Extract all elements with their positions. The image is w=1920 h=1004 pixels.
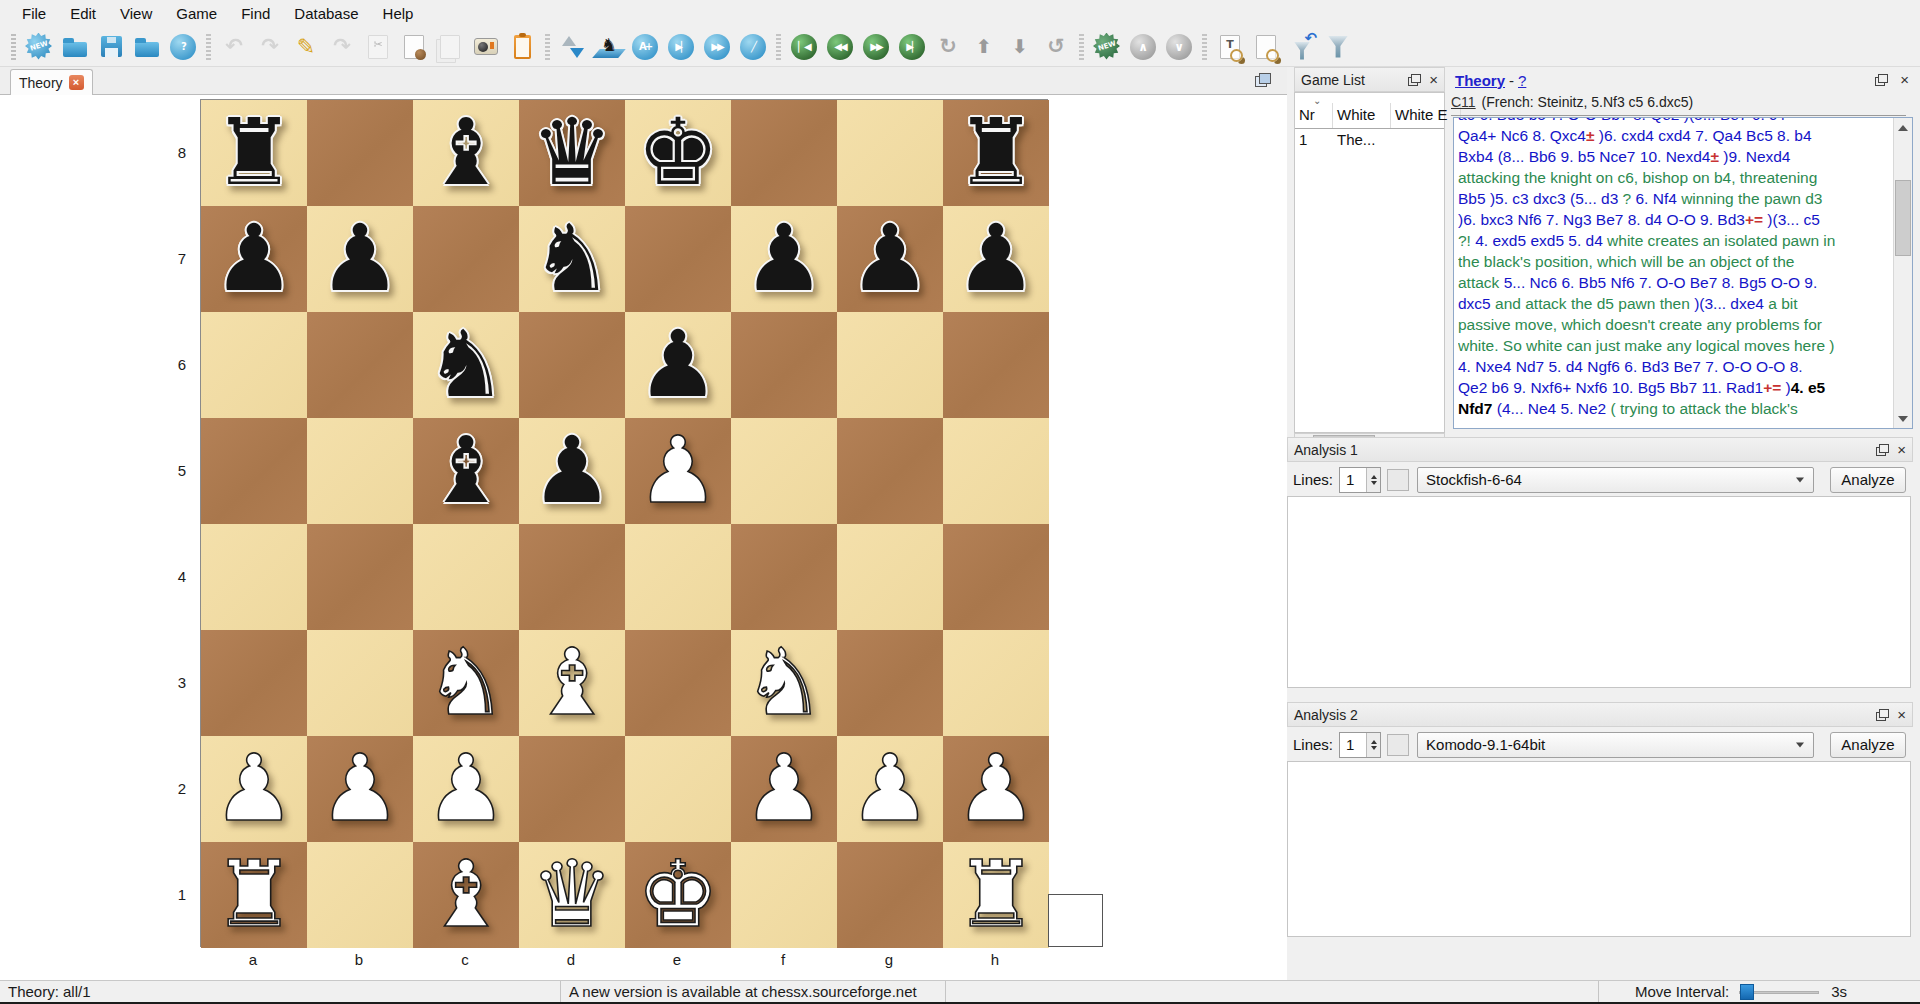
move-text[interactable]: Bxb4 (8... Bb6 9. b5 Nce7 10. Nexd4	[1458, 148, 1710, 165]
float-icon[interactable]	[1875, 74, 1888, 86]
square-b8[interactable]	[307, 100, 413, 206]
cut-variation-icon: ✂	[363, 32, 393, 62]
white-bishop-d3[interactable]: ♝	[531, 630, 613, 736]
square-b3[interactable]	[307, 630, 413, 736]
comment-text[interactable]: white. So white can just make any logica…	[1458, 337, 1834, 354]
theory-line[interactable]: Bb5 )5. c3 dxc3 (5... d3 ? 6. Nf4 winnin…	[1458, 188, 1876, 209]
menu-bar: FileEditViewGameFindDatabaseHelp	[0, 0, 1920, 27]
reset-filter-icon[interactable]: ↶	[1287, 32, 1317, 62]
white-pawn-b2[interactable]: ♟	[319, 736, 401, 842]
toolbar-separator	[1202, 34, 1207, 60]
eco-line: C11 (French: Steinitz, 5.Nf3 c5 6.dxc5)	[1451, 94, 1906, 116]
analysis1-output	[1287, 496, 1911, 688]
flip-board-icon[interactable]	[558, 32, 588, 62]
theory-header: Theory - ? ×	[1451, 67, 1913, 93]
comment-text[interactable]: the black's position, which will be an o…	[1458, 253, 1794, 270]
analyze2-button[interactable]: Analyze	[1830, 732, 1906, 758]
theory-line[interactable]: dxc5 and attack the d5 pawn then )(3... …	[1458, 293, 1876, 314]
undock-icon[interactable]	[1255, 73, 1271, 87]
annotate-icon-glyph: A+	[639, 42, 651, 52]
theory-line[interactable]: 4. Nxe4 Nd7 5. d4 Ngf6 6. Bd3 Be7 7. O-O…	[1458, 356, 1876, 377]
square-f7[interactable]: ♟	[731, 206, 837, 312]
analysis2-title: Analysis 2	[1294, 707, 1358, 723]
move-text[interactable]: dxc5	[1458, 295, 1491, 312]
square-a2[interactable]: ♟	[201, 736, 307, 842]
white-pawn-e5[interactable]: ♟	[637, 418, 719, 524]
square-g1[interactable]	[837, 842, 943, 948]
square-g7[interactable]: ♟	[837, 206, 943, 312]
flip-board-icon	[561, 34, 585, 60]
square-h4[interactable]	[943, 524, 1049, 630]
square-g4[interactable]	[837, 524, 943, 630]
move-text[interactable]: )(3... c5	[1763, 211, 1820, 228]
move-text[interactable]: 4. Nxe4 Nd7 5. d4 Ngf6 6. Bd3 Be7 7. O-O…	[1458, 358, 1803, 375]
lines-label: Lines:	[1293, 736, 1333, 753]
square-c4[interactable]	[413, 524, 519, 630]
square-h5[interactable]	[943, 418, 1049, 524]
black-queen-d8[interactable]: ♛	[531, 100, 613, 206]
annotate-icon[interactable]: A+	[630, 32, 660, 62]
square-d5[interactable]: ♟	[519, 418, 625, 524]
empty-box	[1048, 894, 1103, 947]
square-h3[interactable]	[943, 630, 1049, 736]
column-header-nr[interactable]: Nr	[1295, 103, 1333, 128]
edit-comment-icon-glyph: ✎	[297, 36, 315, 58]
rank-label-7: 7	[168, 205, 196, 311]
comment-text[interactable]: winning the pawn d3	[1677, 190, 1823, 207]
back-to-mainline-icon-glyph: ↺	[1047, 36, 1065, 57]
theory-text-box[interactable]: a6 6. Bd3 b5 7. O-O Bb7 8. Qe2 )(5... Be…	[1453, 117, 1913, 429]
menu-help[interactable]: Help	[371, 2, 426, 25]
black-knight-c6[interactable]: ♞	[425, 312, 507, 418]
undo-icon: ↶	[219, 32, 249, 62]
theory-line[interactable]: the black's position, which will be an o…	[1458, 251, 1876, 272]
square-f8[interactable]	[731, 100, 837, 206]
right-dock: Game List × ⌄ NrWhiteWhite E 1The... The…	[1287, 67, 1920, 980]
close-icon[interactable]: ×	[1429, 74, 1438, 86]
theory-line[interactable]: )6. bxc3 Nf6 7. Ng3 Be7 8. d4 O-O 9. Bd3…	[1458, 209, 1876, 230]
cell[interactable]: 1	[1295, 129, 1333, 153]
square-d7[interactable]: ♞	[519, 206, 625, 312]
eval-symbol[interactable]: ±	[1710, 148, 1719, 165]
file-label-g: g	[836, 951, 942, 971]
white-rook-a1[interactable]: ♜	[213, 842, 295, 948]
exit-variation-icon[interactable]: ↻	[933, 32, 963, 62]
menu-game[interactable]: Game	[164, 2, 229, 25]
file-label-c: c	[412, 951, 518, 971]
file-label-b: b	[306, 951, 412, 971]
move-text[interactable]: (4... Ne4 5. Ne2	[1492, 400, 1606, 417]
spin-up-icon	[1371, 475, 1377, 479]
theory-line[interactable]: attacking the knight on c6, bishop on b4…	[1458, 167, 1876, 188]
menu-view[interactable]: View	[108, 2, 164, 25]
analysis1-titlebar: Analysis 1 ×	[1287, 437, 1913, 462]
next-move-icon[interactable]: ▶▶	[861, 32, 891, 62]
toolbar-separator	[206, 34, 211, 60]
theory-line[interactable]: ?! 4. exd5 exd5 5. d4 white creates an i…	[1458, 230, 1876, 251]
theory-vscrollbar[interactable]	[1893, 118, 1912, 428]
black-pawn-d5[interactable]: ♟	[531, 418, 613, 524]
square-e1[interactable]: ♚	[625, 842, 731, 948]
previous-move-icon-glyph: ◀◀	[834, 42, 845, 52]
lines-label: Lines:	[1293, 471, 1333, 488]
chevron-down-icon	[1796, 742, 1804, 747]
edit-comment-icon[interactable]: ✎	[291, 32, 321, 62]
next-game-icon[interactable]: ∨	[1164, 32, 1194, 62]
close-icon[interactable]: ×	[1900, 74, 1909, 86]
white-queen-d1[interactable]: ♛	[531, 842, 613, 948]
square-b2[interactable]: ♟	[307, 736, 413, 842]
file-labels: abcdefgh	[200, 951, 1048, 971]
square-c6[interactable]: ♞	[413, 312, 519, 418]
scroll-thumb[interactable]	[1895, 180, 1911, 256]
comment-text[interactable]: white creates an isolated pawn in	[1603, 232, 1836, 249]
lines-stepper[interactable]: 1	[1339, 467, 1381, 493]
black-rook-a8[interactable]: ♜	[213, 100, 295, 206]
square-e2[interactable]	[625, 736, 731, 842]
toolbar-separator	[776, 34, 781, 60]
comment-text[interactable]: and attack the d5 pawn then	[1491, 295, 1694, 312]
square-d8[interactable]: ♛	[519, 100, 625, 206]
black-bishop-c5[interactable]: ♝	[425, 418, 507, 524]
square-f3[interactable]: ♞	[731, 630, 837, 736]
square-g3[interactable]	[837, 630, 943, 736]
status-message: A new version is available at chessx.sou…	[560, 981, 945, 1002]
open-database-icon[interactable]	[60, 32, 90, 62]
merge-game-icon-glyph: ↷	[333, 36, 351, 57]
float-icon[interactable]	[1408, 74, 1421, 86]
move-text[interactable]: Qe2 b6 9. Nxf6+ Nxf6 10. Bg5 Bb7 11. Rad…	[1458, 379, 1763, 396]
lines-stepper[interactable]: 1	[1339, 732, 1381, 758]
square-e7[interactable]	[625, 206, 731, 312]
previous-game-icon[interactable]: ∧	[1128, 32, 1158, 62]
white-pawn-h2[interactable]: ♟	[955, 736, 1037, 842]
menu-edit[interactable]: Edit	[58, 2, 108, 25]
auto-analysis-icon-glyph: ▶▶	[711, 42, 722, 52]
tab-bar: Theory ×	[0, 67, 1287, 95]
tab-close-icon[interactable]: ×	[69, 75, 84, 90]
eco-text: (French: Steinitz, 5.Nf3 c5 6.dxc5)	[1482, 94, 1694, 110]
square-e3[interactable]	[625, 630, 731, 736]
lines-value: 1	[1340, 468, 1366, 492]
last-move-icon[interactable]: ▶▏	[897, 32, 927, 62]
scroll-down-icon[interactable]	[1894, 410, 1911, 427]
slider-handle[interactable]	[1740, 984, 1754, 1000]
theory-line[interactable]: attack 5... Nc6 6. Bb5 Nf6 7. O-O Be7 8.…	[1458, 272, 1876, 293]
move-text[interactable]: Nfd7	[1458, 400, 1492, 417]
status-filter-text: Theory: all/1	[8, 983, 91, 1000]
square-b6[interactable]	[307, 312, 413, 418]
square-c1[interactable]: ♝	[413, 842, 519, 948]
undo-icon-glyph: ↶	[225, 36, 243, 57]
white-bishop-c1[interactable]: ♝	[425, 842, 507, 948]
tab-theory-label: Theory	[19, 75, 63, 91]
black-pawn-b7[interactable]: ♟	[319, 206, 401, 312]
square-a4[interactable]	[201, 524, 307, 630]
previous-variation-icon[interactable]: ⬆	[969, 32, 999, 62]
white-pawn-c2[interactable]: ♟	[425, 736, 507, 842]
square-a3[interactable]	[201, 630, 307, 736]
square-b4[interactable]	[307, 524, 413, 630]
comment-text[interactable]: ( trying to attack the black's	[1606, 400, 1798, 417]
white-pawn-f2[interactable]: ♟	[743, 736, 825, 842]
square-d3[interactable]: ♝	[519, 630, 625, 736]
square-a1[interactable]: ♜	[201, 842, 307, 948]
export-folder-icon[interactable]	[132, 32, 162, 62]
square-a7[interactable]: ♟	[201, 206, 307, 312]
setup-position-icon-glyph: ♞	[601, 36, 617, 54]
white-pawn-a2[interactable]: ♟	[213, 736, 295, 842]
black-pawn-f7[interactable]: ♟	[743, 206, 825, 312]
move-text[interactable]: )	[1781, 379, 1790, 396]
comment-text[interactable]: a bit	[1764, 295, 1798, 312]
status-bar: Theory: all/1 A new version is available…	[0, 980, 1920, 1004]
move-interval-slider[interactable]	[1739, 983, 1819, 1001]
square-c3[interactable]: ♞	[413, 630, 519, 736]
reset-filter-icon-glyph: ↶	[1304, 31, 1317, 46]
eval-symbol[interactable]: +=	[1763, 379, 1781, 396]
theory-line[interactable]: Qa4+ Nc6 8. Qxc4± )6. cxd4 cxd4 7. Qa4 B…	[1458, 125, 1876, 146]
black-king-e8[interactable]: ♚	[637, 100, 719, 206]
square-h1[interactable]: ♜	[943, 842, 1049, 948]
next-variation-icon-glyph: ⬇	[1012, 37, 1028, 56]
chevron-down-icon	[1796, 477, 1804, 482]
theory-line[interactable]: Nfd7 (4... Ne4 5. Ne2 ( trying to attack…	[1458, 398, 1876, 419]
tab-theory[interactable]: Theory ×	[10, 69, 93, 95]
square-e8[interactable]: ♚	[625, 100, 731, 206]
menu-database[interactable]: Database	[282, 2, 370, 25]
close-icon[interactable]: ×	[1897, 709, 1906, 721]
stamp-icon[interactable]	[399, 32, 429, 62]
comment-text[interactable]: attacking the knight on c6, bishop on b4…	[1458, 169, 1817, 186]
square-g6[interactable]	[837, 312, 943, 418]
filter-icon	[1328, 36, 1348, 58]
move-text[interactable]: 4. exd5 exd5 5. d4	[1475, 232, 1603, 249]
float-icon[interactable]	[1876, 709, 1889, 721]
square-e4[interactable]	[625, 524, 731, 630]
rank-label-4: 4	[168, 523, 196, 629]
analysis1-controls: Lines: 1 Stockfish-6-64 Analyze	[1287, 463, 1913, 496]
camera-icon	[474, 38, 498, 55]
square-c8[interactable]: ♝	[413, 100, 519, 206]
cell[interactable]: The...	[1333, 129, 1391, 153]
status-filter: Theory: all/1	[0, 981, 560, 1002]
theory-line[interactable]: Bxb4 (8... Bb6 9. b5 Nce7 10. Nexd4± )9.…	[1458, 146, 1876, 167]
square-g2[interactable]: ♟	[837, 736, 943, 842]
square-d1[interactable]: ♛	[519, 842, 625, 948]
square-g8[interactable]	[837, 100, 943, 206]
toolbar-separator	[545, 34, 550, 60]
find-text-icon[interactable]: T	[1215, 32, 1245, 62]
square-f4[interactable]	[731, 524, 837, 630]
square-g5[interactable]	[837, 418, 943, 524]
engine1-select[interactable]: Stockfish-6-64	[1417, 467, 1814, 493]
comment-text[interactable]: ?!	[1458, 232, 1475, 249]
find-text-icon-glyph: T	[1226, 39, 1234, 50]
theory-help-link[interactable]: ?	[1518, 72, 1526, 89]
move-text[interactable]: Bb5 )5. c3 dxc3 (5... d3	[1458, 190, 1618, 207]
engine1-value: Stockfish-6-64	[1426, 471, 1522, 488]
move-text[interactable]: a6 6. Bd3 b5 7. O-O Bb7 8. Qe2 )(5... Be…	[1458, 117, 1785, 123]
theory-dash: -	[1509, 72, 1514, 89]
square-b5[interactable]	[307, 418, 413, 524]
game-list-header[interactable]: NrWhiteWhite E	[1295, 103, 1444, 129]
board-dock: Theory × 87654321 ♜♝♛♚♜♟♟♞♟♟♟♞♟♝♟♟♞♝♞♟♟♟…	[0, 67, 1287, 980]
float-icon[interactable]	[1876, 444, 1889, 456]
next-variation-icon[interactable]: ⬇	[1005, 32, 1035, 62]
toolbar: NEW?↶↷✎↷✂♞A+▶▏▶▶╱▏◀◀◀▶▶▶▏↻⬆⬇↺NEW∧∨T↶	[0, 27, 1920, 67]
merge-game-icon: ↷	[327, 32, 357, 62]
open-database-icon	[63, 42, 87, 57]
comment-text[interactable]: attack	[1458, 274, 1504, 291]
move-text[interactable]: 5... Nc6 6. Bb5 Nf6 7. O-O Be7 8. Bg5 O-…	[1504, 274, 1818, 291]
square-h8[interactable]: ♜	[943, 100, 1049, 206]
find-position-icon[interactable]	[1251, 32, 1281, 62]
move-text[interactable]: 6. Nf4	[1636, 190, 1677, 207]
rank-label-3: 3	[168, 629, 196, 735]
theory-link[interactable]: Theory	[1455, 72, 1505, 89]
square-a6[interactable]	[201, 312, 307, 418]
column-header-white[interactable]: White	[1333, 103, 1391, 128]
next-move-icon-glyph: ▶▶	[870, 42, 881, 52]
black-bishop-c8[interactable]: ♝	[425, 100, 507, 206]
lines-value: 1	[1340, 733, 1366, 757]
autoplay-icon-glyph: ▶▏	[675, 42, 686, 52]
move-interval-label: Move Interval:	[1635, 983, 1729, 1000]
square-e6[interactable]: ♟	[625, 312, 731, 418]
black-pawn-e6[interactable]: ♟	[637, 312, 719, 418]
first-move-icon[interactable]: ▏◀	[789, 32, 819, 62]
save-icon[interactable]	[96, 32, 126, 62]
status-message-text: A new version is available at chessx.sou…	[569, 983, 917, 1000]
previous-variation-icon-glyph: ⬆	[976, 37, 992, 56]
edit-mode-icon[interactable]: ╱	[738, 32, 768, 62]
theory-line[interactable]: Qe2 b6 9. Nxf6+ Nxf6 10. Bg5 Bb7 11. Rad…	[1458, 377, 1876, 398]
analysis2-output	[1287, 761, 1911, 937]
square-f2[interactable]: ♟	[731, 736, 837, 842]
help-icon-glyph: ?	[181, 42, 185, 52]
move-text[interactable]: )9. Nexd4	[1719, 148, 1791, 165]
move-text[interactable]: 4. e5	[1791, 379, 1825, 396]
toolbar-handle	[11, 34, 16, 60]
square-h2[interactable]: ♟	[943, 736, 1049, 842]
setup-position-icon[interactable]: ♞	[594, 32, 624, 62]
close-icon[interactable]: ×	[1897, 444, 1906, 456]
analyze1-button[interactable]: Analyze	[1830, 467, 1906, 493]
engine2-select[interactable]: Komodo-9.1-64bit	[1417, 732, 1814, 758]
square-h6[interactable]	[943, 312, 1049, 418]
theory-line[interactable]: white. So white can just make any logica…	[1458, 335, 1876, 356]
last-move-icon-glyph: ▶▏	[906, 42, 917, 52]
engine-option-box[interactable]	[1387, 734, 1409, 756]
square-h7[interactable]: ♟	[943, 206, 1049, 312]
square-d2[interactable]	[519, 736, 625, 842]
spin-down-icon	[1371, 481, 1377, 485]
square-e5[interactable]: ♟	[625, 418, 731, 524]
previous-game-icon-glyph: ∧	[1138, 41, 1148, 53]
comment-text[interactable]: ?	[1618, 190, 1635, 207]
back-to-mainline-icon[interactable]: ↺	[1041, 32, 1071, 62]
square-a8[interactable]: ♜	[201, 100, 307, 206]
theory-line-clipped[interactable]: a6 6. Bd3 b5 7. O-O Bb7 8. Qe2 )(5... Be…	[1458, 117, 1876, 125]
rank-label-5: 5	[168, 417, 196, 523]
square-a5[interactable]	[201, 418, 307, 524]
black-knight-d7[interactable]: ♞	[531, 206, 613, 312]
move-interval-value: 3s	[1831, 983, 1847, 1000]
rank-label-6: 6	[168, 311, 196, 417]
menu-find[interactable]: Find	[229, 2, 282, 25]
camera-icon[interactable]	[471, 32, 501, 62]
white-knight-f3[interactable]: ♞	[743, 630, 825, 736]
black-pawn-a7[interactable]: ♟	[213, 206, 295, 312]
white-rook-h1[interactable]: ♜	[955, 842, 1037, 948]
previous-move-icon[interactable]: ◀◀	[825, 32, 855, 62]
square-b1[interactable]	[307, 842, 413, 948]
eval-symbol[interactable]: +=	[1745, 211, 1763, 228]
square-f1[interactable]	[731, 842, 837, 948]
new-game-icon[interactable]: NEW	[1092, 32, 1122, 62]
scroll-up-icon[interactable]	[1894, 119, 1911, 136]
white-king-e1[interactable]: ♚	[637, 842, 719, 948]
move-text[interactable]: )6. cxd4 cxd4 7. Qa4 Bc5 8. b4	[1594, 127, 1811, 144]
move-text[interactable]: Qa4+ Nc6 8. Qxc4	[1458, 127, 1586, 144]
square-f6[interactable]	[731, 312, 837, 418]
chessx-window: FileEditViewGameFindDatabaseHelp NEW?↶↷✎…	[0, 0, 1920, 1004]
black-pawn-h7[interactable]: ♟	[955, 206, 1037, 312]
square-c7[interactable]	[413, 206, 519, 312]
analysis1-title: Analysis 1	[1294, 442, 1358, 458]
theory-line[interactable]: passive move, which doesn't create any p…	[1458, 314, 1876, 335]
rank-label-2: 2	[168, 735, 196, 841]
game-list-row[interactable]: 1The...	[1295, 129, 1444, 153]
first-move-icon-glyph: ▏◀	[798, 42, 809, 52]
comment-text[interactable]: passive move, which doesn't create any p…	[1458, 316, 1822, 333]
black-rook-h8[interactable]: ♜	[955, 100, 1037, 206]
rank-label-8: 8	[168, 99, 196, 205]
black-pawn-g7[interactable]: ♟	[849, 206, 931, 312]
export-folder-icon	[135, 42, 159, 57]
cut-variation-icon-glyph: ✂	[373, 39, 382, 50]
autoplay-icon[interactable]: ▶▏	[666, 32, 696, 62]
engine-option-box[interactable]	[1387, 469, 1409, 491]
help-icon[interactable]: ?	[168, 32, 198, 62]
eco-code-link[interactable]: C11	[1451, 94, 1476, 110]
paste-icon[interactable]	[507, 32, 537, 62]
square-b7[interactable]: ♟	[307, 206, 413, 312]
spin-up-icon	[1371, 740, 1377, 744]
exit-variation-icon-glyph: ↻	[939, 36, 957, 57]
square-f5[interactable]	[731, 418, 837, 524]
square-d6[interactable]	[519, 312, 625, 418]
redo-icon: ↷	[255, 32, 285, 62]
game-list-table: ⌄ NrWhiteWhite E 1The...	[1294, 92, 1445, 433]
menu-file[interactable]: File	[10, 2, 58, 25]
square-c5[interactable]: ♝	[413, 418, 519, 524]
white-pawn-g2[interactable]: ♟	[849, 736, 931, 842]
engine2-value: Komodo-9.1-64bit	[1426, 736, 1545, 753]
white-knight-c3[interactable]: ♞	[425, 630, 507, 736]
auto-analysis-icon[interactable]: ▶▶	[702, 32, 732, 62]
game-list-title: Game List	[1301, 72, 1365, 88]
new-database-icon[interactable]: NEW	[24, 32, 54, 62]
edit-mode-icon-glyph: ╱	[751, 42, 755, 52]
move-text[interactable]: )6. bxc3 Nf6 7. Ng3 Be7 8. d4 O-O 9. Bd3	[1458, 211, 1745, 228]
move-text[interactable]: )(3... dxe4	[1694, 295, 1764, 312]
square-c2[interactable]: ♟	[413, 736, 519, 842]
filter-icon[interactable]	[1323, 32, 1353, 62]
square-d4[interactable]	[519, 524, 625, 630]
analysis2-titlebar: Analysis 2 ×	[1287, 702, 1913, 727]
